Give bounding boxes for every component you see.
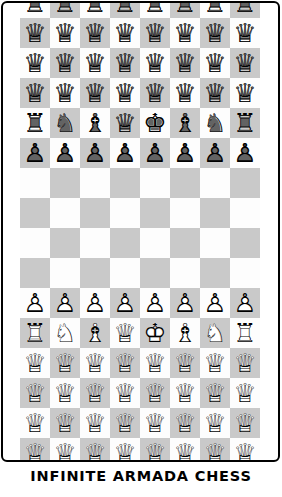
square: ♛♕ bbox=[20, 438, 50, 460]
square bbox=[140, 168, 170, 198]
square: ♟♙ bbox=[20, 138, 50, 168]
square bbox=[50, 258, 80, 288]
black-queen: ♛♕ bbox=[140, 78, 170, 108]
white-queen: ♛♕ bbox=[50, 408, 80, 438]
white-queen: ♛♕ bbox=[200, 438, 230, 460]
square bbox=[200, 198, 230, 228]
white-knight: ♞♘ bbox=[50, 318, 80, 348]
square: ♛♕ bbox=[140, 348, 170, 378]
square: ♛♕ bbox=[170, 348, 200, 378]
square: ♜♖ bbox=[20, 108, 50, 138]
square bbox=[170, 168, 200, 198]
white-queen: ♛♕ bbox=[140, 378, 170, 408]
square: ♟♙ bbox=[200, 288, 230, 318]
white-queen: ♛♕ bbox=[230, 408, 260, 438]
white-queen: ♛♕ bbox=[170, 438, 200, 460]
square: ♛♕ bbox=[230, 18, 260, 48]
black-queen: ♛♕ bbox=[80, 78, 110, 108]
black-pawn: ♟♙ bbox=[110, 138, 140, 168]
square: ♟♙ bbox=[230, 138, 260, 168]
square bbox=[170, 228, 200, 258]
square: ♛♕ bbox=[110, 318, 140, 348]
square bbox=[110, 258, 140, 288]
board-viewport: ♜♖♜♖♜♖♜♖♜♖♜♖♜♖♜♖♛♕♛♕♛♕♛♕♛♕♛♕♛♕♛♕♛♕♛♕♛♕♛♕… bbox=[20, 3, 261, 460]
square: ♛♕ bbox=[200, 48, 230, 78]
black-rook: ♜♖ bbox=[170, 3, 200, 18]
square: ♜♖ bbox=[200, 3, 230, 18]
square: ♛♕ bbox=[170, 48, 200, 78]
square: ♛♕ bbox=[200, 408, 230, 438]
white-queen: ♛♕ bbox=[170, 378, 200, 408]
square: ♜♖ bbox=[230, 3, 260, 18]
white-queen: ♛♕ bbox=[200, 378, 230, 408]
black-rook: ♜♖ bbox=[230, 3, 260, 18]
square: ♛♕ bbox=[20, 78, 50, 108]
square: ♞♘ bbox=[200, 108, 230, 138]
square: ♛♕ bbox=[80, 18, 110, 48]
square bbox=[170, 258, 200, 288]
black-queen: ♛♕ bbox=[230, 78, 260, 108]
square: ♟♙ bbox=[230, 288, 260, 318]
square bbox=[80, 228, 110, 258]
white-king: ♚♔ bbox=[140, 318, 170, 348]
white-queen: ♛♕ bbox=[110, 348, 140, 378]
white-queen: ♛♕ bbox=[80, 438, 110, 460]
black-queen: ♛♕ bbox=[110, 48, 140, 78]
square: ♟♙ bbox=[200, 138, 230, 168]
square bbox=[200, 258, 230, 288]
square: ♞♘ bbox=[50, 318, 80, 348]
white-queen: ♛♕ bbox=[230, 378, 260, 408]
black-rook: ♜♖ bbox=[80, 3, 110, 18]
square: ♝♗ bbox=[80, 108, 110, 138]
square bbox=[20, 258, 50, 288]
square: ♛♕ bbox=[110, 408, 140, 438]
black-queen: ♛♕ bbox=[170, 48, 200, 78]
white-queen: ♛♕ bbox=[20, 378, 50, 408]
black-rook: ♜♖ bbox=[110, 3, 140, 18]
square: ♛♕ bbox=[20, 378, 50, 408]
square: ♛♕ bbox=[50, 78, 80, 108]
square bbox=[80, 198, 110, 228]
square bbox=[140, 228, 170, 258]
black-pawn: ♟♙ bbox=[80, 138, 110, 168]
black-queen: ♛♕ bbox=[170, 18, 200, 48]
white-queen: ♛♕ bbox=[140, 408, 170, 438]
white-queen: ♛♕ bbox=[20, 408, 50, 438]
square: ♛♕ bbox=[230, 348, 260, 378]
white-pawn: ♟♙ bbox=[80, 288, 110, 318]
square: ♛♕ bbox=[170, 378, 200, 408]
square bbox=[110, 168, 140, 198]
black-queen: ♛♕ bbox=[80, 48, 110, 78]
white-queen: ♛♕ bbox=[170, 408, 200, 438]
square: ♟♙ bbox=[140, 288, 170, 318]
square bbox=[230, 168, 260, 198]
black-king: ♚♔ bbox=[140, 108, 170, 138]
square: ♛♕ bbox=[80, 78, 110, 108]
square: ♜♖ bbox=[140, 3, 170, 18]
black-queen: ♛♕ bbox=[110, 78, 140, 108]
white-pawn: ♟♙ bbox=[230, 288, 260, 318]
square: ♛♕ bbox=[170, 438, 200, 460]
square bbox=[200, 168, 230, 198]
square: ♜♖ bbox=[230, 318, 260, 348]
black-rook: ♜♖ bbox=[230, 108, 260, 138]
square: ♛♕ bbox=[200, 348, 230, 378]
square: ♟♙ bbox=[80, 288, 110, 318]
black-pawn: ♟♙ bbox=[50, 138, 80, 168]
square: ♛♕ bbox=[230, 378, 260, 408]
white-pawn: ♟♙ bbox=[170, 288, 200, 318]
square: ♜♖ bbox=[50, 3, 80, 18]
square: ♞♘ bbox=[200, 318, 230, 348]
comic-image: ♜♖♜♖♜♖♜♖♜♖♜♖♜♖♜♖♛♕♛♕♛♕♛♕♛♕♛♕♛♕♛♕♛♕♛♕♛♕♛♕… bbox=[0, 0, 282, 497]
square: ♛♕ bbox=[110, 108, 140, 138]
white-pawn: ♟♙ bbox=[110, 288, 140, 318]
black-pawn: ♟♙ bbox=[170, 138, 200, 168]
white-pawn: ♟♙ bbox=[50, 288, 80, 318]
black-knight: ♞♘ bbox=[200, 108, 230, 138]
square: ♛♕ bbox=[20, 408, 50, 438]
white-rook: ♜♖ bbox=[230, 318, 260, 348]
black-queen: ♛♕ bbox=[80, 18, 110, 48]
square: ♟♙ bbox=[110, 138, 140, 168]
white-queen: ♛♕ bbox=[200, 408, 230, 438]
white-queen: ♛♕ bbox=[80, 348, 110, 378]
white-queen: ♛♕ bbox=[110, 438, 140, 460]
square: ♟♙ bbox=[20, 288, 50, 318]
square: ♜♖ bbox=[80, 3, 110, 18]
square: ♟♙ bbox=[170, 138, 200, 168]
white-queen: ♛♕ bbox=[20, 438, 50, 460]
square: ♝♗ bbox=[80, 318, 110, 348]
black-queen: ♛♕ bbox=[50, 78, 80, 108]
black-bishop: ♝♗ bbox=[80, 108, 110, 138]
square: ♛♕ bbox=[140, 48, 170, 78]
white-queen: ♛♕ bbox=[50, 348, 80, 378]
square: ♛♕ bbox=[80, 378, 110, 408]
black-queen: ♛♕ bbox=[110, 18, 140, 48]
white-bishop: ♝♗ bbox=[170, 318, 200, 348]
square bbox=[110, 228, 140, 258]
white-knight: ♞♘ bbox=[200, 318, 230, 348]
white-queen: ♛♕ bbox=[140, 438, 170, 460]
square: ♜♖ bbox=[20, 3, 50, 18]
square: ♛♕ bbox=[80, 408, 110, 438]
white-bishop: ♝♗ bbox=[80, 318, 110, 348]
black-rook: ♜♖ bbox=[20, 108, 50, 138]
white-queen: ♛♕ bbox=[50, 378, 80, 408]
chess-board: ♜♖♜♖♜♖♜♖♜♖♜♖♜♖♜♖♛♕♛♕♛♕♛♕♛♕♛♕♛♕♛♕♛♕♛♕♛♕♛♕… bbox=[20, 3, 260, 460]
white-queen: ♛♕ bbox=[110, 318, 140, 348]
black-queen: ♛♕ bbox=[170, 78, 200, 108]
square bbox=[140, 198, 170, 228]
square: ♛♕ bbox=[140, 438, 170, 460]
black-queen: ♛♕ bbox=[50, 48, 80, 78]
black-queen: ♛♕ bbox=[20, 48, 50, 78]
square: ♛♕ bbox=[110, 78, 140, 108]
comic-caption: INFINITE ARMADA CHESS bbox=[0, 468, 282, 484]
white-rook: ♜♖ bbox=[20, 318, 50, 348]
black-pawn: ♟♙ bbox=[230, 138, 260, 168]
square: ♛♕ bbox=[230, 48, 260, 78]
square: ♛♕ bbox=[110, 438, 140, 460]
square: ♟♙ bbox=[50, 288, 80, 318]
square: ♛♕ bbox=[50, 378, 80, 408]
square: ♛♕ bbox=[80, 48, 110, 78]
square bbox=[80, 258, 110, 288]
white-pawn: ♟♙ bbox=[140, 288, 170, 318]
square: ♛♕ bbox=[110, 348, 140, 378]
square bbox=[50, 168, 80, 198]
black-queen: ♛♕ bbox=[140, 48, 170, 78]
white-queen: ♛♕ bbox=[230, 348, 260, 378]
square: ♛♕ bbox=[140, 78, 170, 108]
white-queen: ♛♕ bbox=[110, 378, 140, 408]
square: ♛♕ bbox=[80, 348, 110, 378]
square: ♜♖ bbox=[170, 3, 200, 18]
white-queen: ♛♕ bbox=[80, 378, 110, 408]
square: ♛♕ bbox=[110, 48, 140, 78]
square: ♛♕ bbox=[200, 78, 230, 108]
square: ♟♙ bbox=[140, 138, 170, 168]
white-queen: ♛♕ bbox=[230, 438, 260, 460]
square: ♛♕ bbox=[50, 48, 80, 78]
square: ♛♕ bbox=[20, 348, 50, 378]
square: ♛♕ bbox=[140, 408, 170, 438]
square bbox=[230, 198, 260, 228]
square: ♟♙ bbox=[170, 288, 200, 318]
black-queen: ♛♕ bbox=[20, 78, 50, 108]
black-rook: ♜♖ bbox=[50, 3, 80, 18]
white-queen: ♛♕ bbox=[20, 348, 50, 378]
black-knight: ♞♘ bbox=[50, 108, 80, 138]
square: ♛♕ bbox=[200, 18, 230, 48]
square: ♛♕ bbox=[200, 438, 230, 460]
black-pawn: ♟♙ bbox=[20, 138, 50, 168]
black-queen: ♛♕ bbox=[140, 18, 170, 48]
square: ♛♕ bbox=[50, 348, 80, 378]
square: ♛♕ bbox=[140, 18, 170, 48]
square: ♞♘ bbox=[50, 108, 80, 138]
black-queen: ♛♕ bbox=[110, 108, 140, 138]
square: ♛♕ bbox=[20, 18, 50, 48]
square: ♛♕ bbox=[230, 408, 260, 438]
square: ♛♕ bbox=[140, 378, 170, 408]
square bbox=[230, 228, 260, 258]
square bbox=[20, 198, 50, 228]
black-queen: ♛♕ bbox=[20, 18, 50, 48]
square bbox=[50, 198, 80, 228]
square: ♛♕ bbox=[230, 78, 260, 108]
square: ♚♔ bbox=[140, 318, 170, 348]
square bbox=[20, 228, 50, 258]
black-queen: ♛♕ bbox=[200, 48, 230, 78]
square bbox=[50, 228, 80, 258]
square: ♛♕ bbox=[170, 408, 200, 438]
square: ♛♕ bbox=[50, 18, 80, 48]
square bbox=[230, 258, 260, 288]
black-queen: ♛♕ bbox=[200, 18, 230, 48]
square: ♛♕ bbox=[170, 18, 200, 48]
square: ♛♕ bbox=[230, 438, 260, 460]
white-queen: ♛♕ bbox=[200, 348, 230, 378]
black-rook: ♜♖ bbox=[140, 3, 170, 18]
square: ♛♕ bbox=[200, 378, 230, 408]
square: ♟♙ bbox=[110, 288, 140, 318]
black-rook: ♜♖ bbox=[20, 3, 50, 18]
square bbox=[170, 198, 200, 228]
square: ♛♕ bbox=[50, 438, 80, 460]
square: ♜♖ bbox=[110, 3, 140, 18]
white-pawn: ♟♙ bbox=[200, 288, 230, 318]
square bbox=[80, 168, 110, 198]
square: ♛♕ bbox=[110, 378, 140, 408]
black-pawn: ♟♙ bbox=[140, 138, 170, 168]
square bbox=[140, 258, 170, 288]
square bbox=[110, 198, 140, 228]
square: ♛♕ bbox=[80, 438, 110, 460]
white-queen: ♛♕ bbox=[110, 408, 140, 438]
square: ♝♗ bbox=[170, 318, 200, 348]
comic-panel: ♜♖♜♖♜♖♜♖♜♖♜♖♜♖♜♖♛♕♛♕♛♕♛♕♛♕♛♕♛♕♛♕♛♕♛♕♛♕♛♕… bbox=[1, 1, 280, 462]
black-queen: ♛♕ bbox=[50, 18, 80, 48]
square: ♜♖ bbox=[20, 318, 50, 348]
white-queen: ♛♕ bbox=[170, 348, 200, 378]
black-rook: ♜♖ bbox=[200, 3, 230, 18]
square bbox=[200, 228, 230, 258]
square: ♝♗ bbox=[170, 108, 200, 138]
square: ♛♕ bbox=[170, 78, 200, 108]
white-queen: ♛♕ bbox=[50, 438, 80, 460]
white-pawn: ♟♙ bbox=[20, 288, 50, 318]
square: ♚♔ bbox=[140, 108, 170, 138]
black-queen: ♛♕ bbox=[230, 18, 260, 48]
black-queen: ♛♕ bbox=[230, 48, 260, 78]
square: ♟♙ bbox=[80, 138, 110, 168]
black-pawn: ♟♙ bbox=[200, 138, 230, 168]
white-queen: ♛♕ bbox=[140, 348, 170, 378]
black-queen: ♛♕ bbox=[200, 78, 230, 108]
square: ♛♕ bbox=[110, 18, 140, 48]
square bbox=[20, 168, 50, 198]
square: ♛♕ bbox=[50, 408, 80, 438]
white-queen: ♛♕ bbox=[80, 408, 110, 438]
black-bishop: ♝♗ bbox=[170, 108, 200, 138]
square: ♜♖ bbox=[230, 108, 260, 138]
square: ♟♙ bbox=[50, 138, 80, 168]
square: ♛♕ bbox=[20, 48, 50, 78]
